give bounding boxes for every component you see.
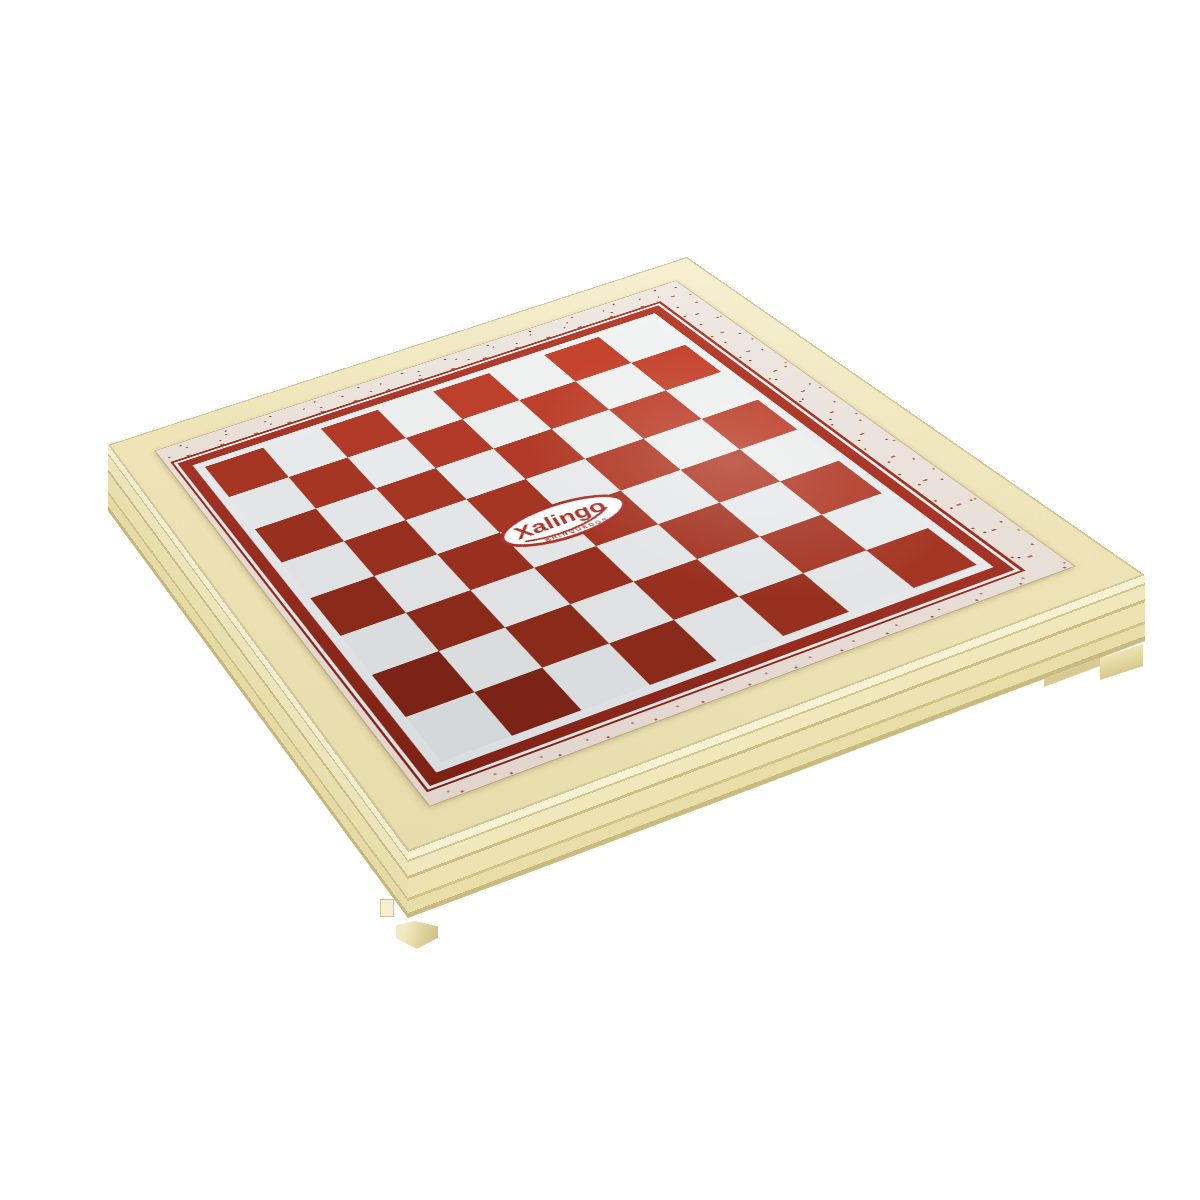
product-photo: Xalingo BRINQUEDOS [0, 0, 1200, 1200]
board-top-face: Xalingo BRINQUEDOS [108, 257, 1145, 852]
front-corner-foot [396, 921, 438, 949]
lid-slot-notch [380, 899, 394, 917]
